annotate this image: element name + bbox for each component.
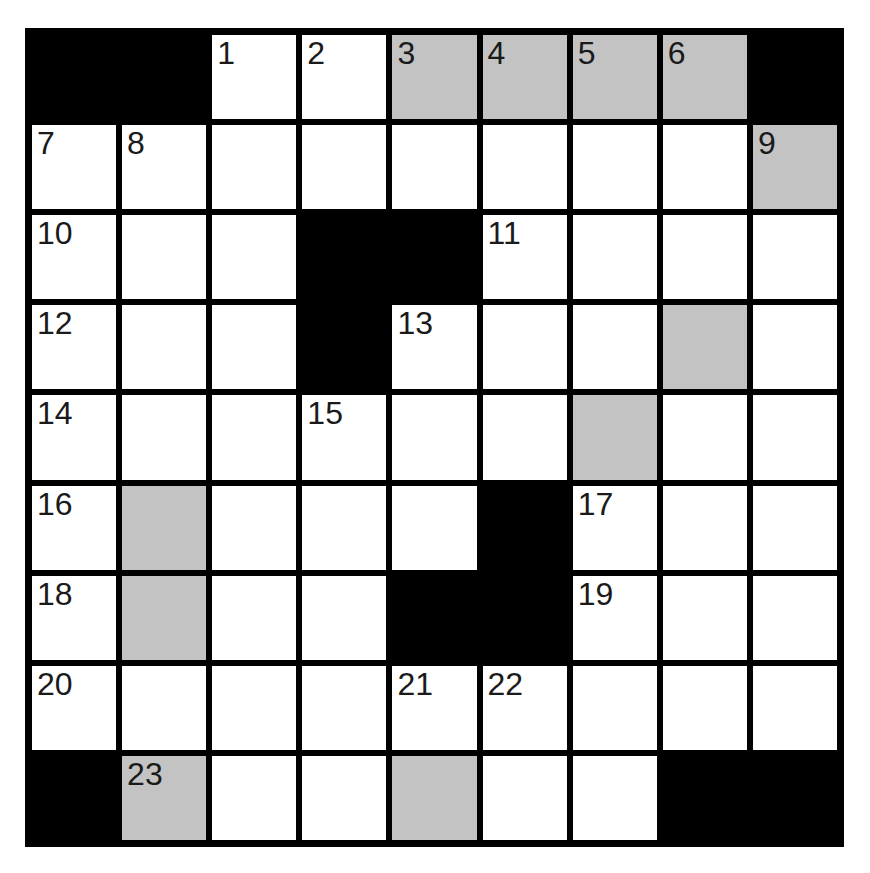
cell-r4c3[interactable] bbox=[212, 305, 296, 389]
clue-number: 13 bbox=[397, 307, 433, 341]
cell-r7c8[interactable] bbox=[663, 576, 747, 660]
clue-number: 1 bbox=[217, 37, 235, 71]
clue-number: 7 bbox=[37, 127, 55, 161]
cell-r2c7[interactable] bbox=[573, 125, 657, 209]
clue-number: 6 bbox=[668, 37, 686, 71]
cell-r1c4[interactable]: 2 bbox=[302, 35, 386, 119]
clue-number: 18 bbox=[37, 578, 73, 612]
cell-r1c8[interactable]: 6 bbox=[663, 35, 747, 119]
cell-r4c5[interactable]: 13 bbox=[392, 305, 476, 389]
cell-r9c7[interactable] bbox=[573, 756, 657, 840]
cell-r9c9 bbox=[753, 756, 837, 840]
cell-r3c8[interactable] bbox=[663, 215, 747, 299]
cell-r2c2[interactable]: 8 bbox=[122, 125, 206, 209]
cell-r6c9[interactable] bbox=[753, 486, 837, 570]
clue-number: 11 bbox=[488, 217, 521, 251]
cell-r3c4 bbox=[302, 215, 386, 299]
cell-r6c5[interactable] bbox=[392, 486, 476, 570]
cell-r6c3[interactable] bbox=[212, 486, 296, 570]
cell-r3c3[interactable] bbox=[212, 215, 296, 299]
cell-r8c9[interactable] bbox=[753, 666, 837, 750]
cell-r5c8[interactable] bbox=[663, 395, 747, 479]
cell-r5c5[interactable] bbox=[392, 395, 476, 479]
cell-r4c1[interactable]: 12 bbox=[32, 305, 116, 389]
cell-r8c4[interactable] bbox=[302, 666, 386, 750]
cell-r9c3[interactable] bbox=[212, 756, 296, 840]
cell-r2c5[interactable] bbox=[392, 125, 476, 209]
clue-number: 17 bbox=[578, 488, 614, 522]
clue-number: 16 bbox=[37, 488, 73, 522]
clue-number: 3 bbox=[397, 37, 415, 71]
clue-number: 4 bbox=[488, 37, 506, 71]
cell-r8c6[interactable]: 22 bbox=[483, 666, 567, 750]
cell-r7c2[interactable] bbox=[122, 576, 206, 660]
clue-number: 10 bbox=[37, 217, 73, 251]
cell-r3c1[interactable]: 10 bbox=[32, 215, 116, 299]
cell-r7c9[interactable] bbox=[753, 576, 837, 660]
cell-r3c5 bbox=[392, 215, 476, 299]
cell-r8c5[interactable]: 21 bbox=[392, 666, 476, 750]
cell-r9c5[interactable] bbox=[392, 756, 476, 840]
clue-number: 12 bbox=[37, 307, 73, 341]
cell-r6c1[interactable]: 16 bbox=[32, 486, 116, 570]
crossword-grid: 1234567891011121314151617181920212223 bbox=[25, 28, 844, 847]
cell-r4c2[interactable] bbox=[122, 305, 206, 389]
cell-r8c1[interactable]: 20 bbox=[32, 666, 116, 750]
clue-number: 2 bbox=[307, 37, 325, 71]
cell-r9c2[interactable]: 23 bbox=[122, 756, 206, 840]
cell-r2c1[interactable]: 7 bbox=[32, 125, 116, 209]
cell-r1c6[interactable]: 4 bbox=[483, 35, 567, 119]
cell-r5c6[interactable] bbox=[483, 395, 567, 479]
cell-r7c6 bbox=[483, 576, 567, 660]
cell-r6c7[interactable]: 17 bbox=[573, 486, 657, 570]
cell-r7c7[interactable]: 19 bbox=[573, 576, 657, 660]
clue-number: 14 bbox=[37, 397, 73, 431]
cell-r1c5[interactable]: 3 bbox=[392, 35, 476, 119]
cell-r6c4[interactable] bbox=[302, 486, 386, 570]
cell-r5c4[interactable]: 15 bbox=[302, 395, 386, 479]
cell-r4c4 bbox=[302, 305, 386, 389]
cell-r6c6 bbox=[483, 486, 567, 570]
cell-r8c3[interactable] bbox=[212, 666, 296, 750]
clue-number: 5 bbox=[578, 37, 596, 71]
cell-r7c3[interactable] bbox=[212, 576, 296, 660]
cell-r5c2[interactable] bbox=[122, 395, 206, 479]
cell-r2c4[interactable] bbox=[302, 125, 386, 209]
cell-r9c8 bbox=[663, 756, 747, 840]
cell-r3c7[interactable] bbox=[573, 215, 657, 299]
cell-r3c6[interactable]: 11 bbox=[483, 215, 567, 299]
cell-r7c5 bbox=[392, 576, 476, 660]
cell-r9c1 bbox=[32, 756, 116, 840]
clue-number: 15 bbox=[307, 397, 343, 431]
cell-r1c1 bbox=[32, 35, 116, 119]
clue-number: 20 bbox=[37, 668, 73, 702]
cell-r5c7[interactable] bbox=[573, 395, 657, 479]
cell-r8c8[interactable] bbox=[663, 666, 747, 750]
cell-r7c4[interactable] bbox=[302, 576, 386, 660]
cell-r5c1[interactable]: 14 bbox=[32, 395, 116, 479]
clue-number: 23 bbox=[127, 758, 163, 792]
clue-number: 8 bbox=[127, 127, 145, 161]
cell-r4c8[interactable] bbox=[663, 305, 747, 389]
cell-r4c9[interactable] bbox=[753, 305, 837, 389]
cell-r2c6[interactable] bbox=[483, 125, 567, 209]
cell-r1c9 bbox=[753, 35, 837, 119]
cell-r1c3[interactable]: 1 bbox=[212, 35, 296, 119]
cell-r2c9[interactable]: 9 bbox=[753, 125, 837, 209]
cell-r7c1[interactable]: 18 bbox=[32, 576, 116, 660]
cell-r3c9[interactable] bbox=[753, 215, 837, 299]
cell-r1c7[interactable]: 5 bbox=[573, 35, 657, 119]
clue-number: 22 bbox=[488, 668, 524, 702]
cell-r1c2 bbox=[122, 35, 206, 119]
cell-r9c6[interactable] bbox=[483, 756, 567, 840]
cell-r3c2[interactable] bbox=[122, 215, 206, 299]
cell-r8c7[interactable] bbox=[573, 666, 657, 750]
clue-number: 9 bbox=[758, 127, 776, 161]
cell-r5c9[interactable] bbox=[753, 395, 837, 479]
cell-r6c8[interactable] bbox=[663, 486, 747, 570]
cell-r9c4[interactable] bbox=[302, 756, 386, 840]
cell-r6c2[interactable] bbox=[122, 486, 206, 570]
cell-r4c7[interactable] bbox=[573, 305, 657, 389]
cell-r2c3[interactable] bbox=[212, 125, 296, 209]
clue-number: 21 bbox=[397, 668, 433, 702]
cell-r4c6[interactable] bbox=[483, 305, 567, 389]
cell-r5c3[interactable] bbox=[212, 395, 296, 479]
cell-r8c2[interactable] bbox=[122, 666, 206, 750]
clue-number: 19 bbox=[578, 578, 614, 612]
cell-r2c8[interactable] bbox=[663, 125, 747, 209]
